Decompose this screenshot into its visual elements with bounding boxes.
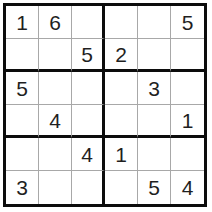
cell-r4c5[interactable] xyxy=(138,105,171,138)
cell-r4c1[interactable] xyxy=(6,105,39,138)
cell-r3c2[interactable] xyxy=(39,72,72,105)
cell-r3c1[interactable]: 5 xyxy=(6,72,39,105)
cell-r2c6[interactable] xyxy=(171,39,204,72)
cell-r6c5[interactable]: 5 xyxy=(138,171,171,204)
cell-r4c6[interactable]: 1 xyxy=(171,105,204,138)
cell-r5c2[interactable] xyxy=(39,138,72,171)
cell-r3c3[interactable] xyxy=(72,72,105,105)
cell-r1c5[interactable] xyxy=(138,6,171,39)
cell-r1c4[interactable] xyxy=(105,6,138,39)
cell-r2c5[interactable] xyxy=(138,39,171,72)
cell-r3c5[interactable]: 3 xyxy=(138,72,171,105)
cell-r4c2[interactable]: 4 xyxy=(39,105,72,138)
cell-r2c3[interactable]: 5 xyxy=(72,39,105,72)
cell-r5c1[interactable] xyxy=(6,138,39,171)
cell-r1c1[interactable]: 1 xyxy=(6,6,39,39)
cell-r6c2[interactable] xyxy=(39,171,72,204)
sudoku-board: 16552534141354 xyxy=(3,3,207,207)
cell-r6c1[interactable]: 3 xyxy=(6,171,39,204)
cell-r3c4[interactable] xyxy=(105,72,138,105)
sudoku-screenshot: 16552534141354 xyxy=(0,0,212,212)
cell-r6c4[interactable] xyxy=(105,171,138,204)
cell-r2c4[interactable]: 2 xyxy=(105,39,138,72)
sudoku-grid: 16552534141354 xyxy=(6,6,204,204)
cell-r1c6[interactable]: 5 xyxy=(171,6,204,39)
cell-r5c4[interactable]: 1 xyxy=(105,138,138,171)
cell-r1c2[interactable]: 6 xyxy=(39,6,72,39)
cell-r2c1[interactable] xyxy=(6,39,39,72)
cell-r6c3[interactable] xyxy=(72,171,105,204)
cell-r4c3[interactable] xyxy=(72,105,105,138)
cell-r5c6[interactable] xyxy=(171,138,204,171)
cell-r2c2[interactable] xyxy=(39,39,72,72)
cell-r4c4[interactable] xyxy=(105,105,138,138)
cell-r5c5[interactable] xyxy=(138,138,171,171)
cell-r6c6[interactable]: 4 xyxy=(171,171,204,204)
cell-r5c3[interactable]: 4 xyxy=(72,138,105,171)
cell-r1c3[interactable] xyxy=(72,6,105,39)
cell-r3c6[interactable] xyxy=(171,72,204,105)
